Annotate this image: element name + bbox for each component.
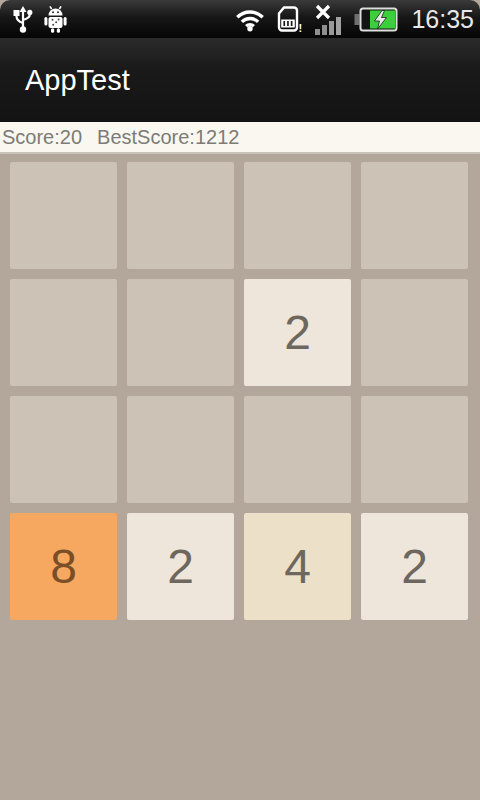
no-signal-icon	[313, 4, 345, 35]
score-value: Score:20	[2, 126, 82, 149]
cell-r2c1	[127, 396, 234, 503]
adb-debug-icon	[43, 6, 68, 33]
cell-r3c2-tile-4: 4	[244, 513, 351, 620]
cell-r1c0	[10, 279, 117, 386]
cell-r3c3-tile-2: 2	[361, 513, 468, 620]
cell-r1c1	[127, 279, 234, 386]
wifi-icon	[233, 6, 267, 32]
usb-icon	[12, 6, 34, 33]
cell-r2c0	[10, 396, 117, 503]
cell-r3c1-tile-2: 2	[127, 513, 234, 620]
cell-r0c1	[127, 162, 234, 269]
status-bar-right: ! 16:35	[233, 0, 474, 38]
svg-text:!: !	[299, 22, 303, 33]
board[interactable]: 2 8 2 4 2	[0, 154, 480, 800]
cell-r2c3	[361, 396, 468, 503]
cell-r2c2	[244, 396, 351, 503]
cell-r1c3	[361, 279, 468, 386]
status-bar-left	[12, 6, 68, 33]
app-title: AppTest	[25, 64, 130, 97]
tile-grid[interactable]: 2 8 2 4 2	[10, 162, 470, 620]
battery-charging-icon	[354, 6, 398, 33]
cell-r0c3	[361, 162, 468, 269]
sdcard-warning-icon: !	[276, 6, 304, 33]
best-score-value: BestScore:1212	[97, 126, 239, 149]
cell-r0c0	[10, 162, 117, 269]
score-bar: Score:20 BestScore:1212	[0, 122, 480, 154]
cell-r3c0-tile-8: 8	[10, 513, 117, 620]
cell-r0c2	[244, 162, 351, 269]
phone-screen: ! 16:35 AppTest Score:20 BestScore:1212	[0, 0, 480, 800]
status-bar: ! 16:35	[0, 0, 480, 38]
cell-r1c2-tile-2: 2	[244, 279, 351, 386]
status-clock: 16:35	[411, 0, 474, 38]
title-bar: AppTest	[0, 38, 480, 122]
